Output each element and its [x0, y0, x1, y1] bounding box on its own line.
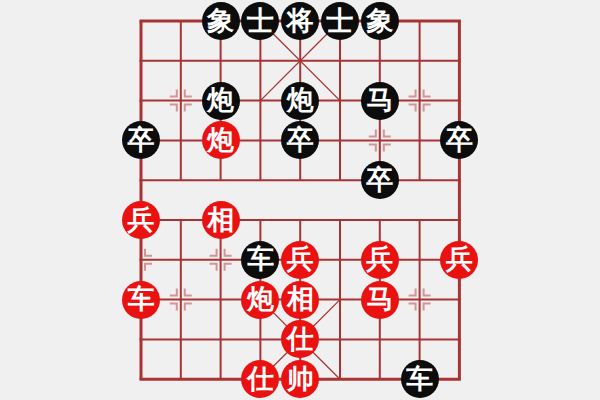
- piece-red-soldier[interactable]: 兵: [122, 201, 160, 239]
- piece-red-general[interactable]: 帅: [281, 360, 319, 398]
- piece-red-soldier[interactable]: 兵: [361, 241, 399, 279]
- piece-glyph: 兵: [366, 245, 393, 272]
- piece-glyph: 仕: [287, 325, 314, 352]
- xiangqi-board: 象士将士象炮炮马卒炮卒卒卒兵相车兵兵兵车炮相马仕仕帅车: [0, 0, 600, 400]
- piece-black-horse[interactable]: 马: [361, 82, 399, 120]
- point-marker: [170, 105, 177, 112]
- point-marker: [185, 289, 192, 296]
- piece-glyph: 卒: [366, 166, 393, 193]
- point-marker: [225, 249, 232, 256]
- piece-glyph: 兵: [128, 206, 155, 233]
- piece-black-cannon[interactable]: 炮: [281, 82, 319, 120]
- piece-glyph: 仕: [247, 365, 274, 392]
- point-marker: [384, 129, 391, 136]
- point-marker: [170, 90, 177, 97]
- piece-glyph: 士: [247, 7, 274, 34]
- piece-black-chariot[interactable]: 车: [241, 241, 279, 279]
- piece-red-cannon[interactable]: 炮: [202, 121, 240, 159]
- piece-glyph: 马: [366, 285, 393, 312]
- piece-glyph: 兵: [287, 245, 314, 272]
- piece-black-soldier[interactable]: 卒: [361, 161, 399, 199]
- piece-glyph: 卒: [128, 126, 155, 153]
- piece-glyph: 卒: [446, 126, 473, 153]
- piece-glyph: 相: [207, 206, 234, 233]
- piece-glyph: 将: [287, 7, 314, 34]
- piece-black-general[interactable]: 将: [281, 2, 319, 40]
- piece-black-soldier[interactable]: 卒: [281, 121, 319, 159]
- piece-glyph: 车: [128, 285, 155, 312]
- piece-red-soldier[interactable]: 兵: [440, 241, 478, 279]
- piece-black-soldier[interactable]: 卒: [122, 121, 160, 159]
- piece-glyph: 炮: [247, 285, 274, 312]
- point-marker: [210, 264, 217, 271]
- piece-glyph: 炮: [287, 86, 314, 113]
- piece-glyph: 帅: [287, 365, 314, 392]
- piece-glyph: 相: [287, 285, 314, 312]
- piece-black-chariot[interactable]: 车: [401, 360, 439, 398]
- point-marker: [424, 90, 431, 97]
- piece-red-chariot[interactable]: 车: [122, 281, 160, 319]
- piece-black-advisor[interactable]: 士: [321, 2, 359, 40]
- piece-glyph: 炮: [207, 126, 234, 153]
- point-marker: [409, 90, 416, 97]
- point-marker: [424, 105, 431, 112]
- point-marker: [409, 304, 416, 311]
- piece-red-elephant[interactable]: 相: [202, 201, 240, 239]
- piece-black-elephant[interactable]: 象: [361, 2, 399, 40]
- piece-glyph: 炮: [207, 86, 234, 113]
- piece-glyph: 卒: [287, 126, 314, 153]
- piece-red-elephant[interactable]: 相: [281, 281, 319, 319]
- xiangqi-screenshot: 象士将士象炮炮马卒炮卒卒卒兵相车兵兵兵车炮相马仕仕帅车: [0, 0, 600, 400]
- point-marker: [409, 289, 416, 296]
- point-marker: [210, 249, 217, 256]
- point-marker: [185, 304, 192, 311]
- point-marker: [185, 105, 192, 112]
- piece-red-horse[interactable]: 马: [361, 281, 399, 319]
- piece-red-cannon[interactable]: 炮: [241, 281, 279, 319]
- point-marker: [145, 264, 152, 271]
- point-marker: [225, 264, 232, 271]
- piece-glyph: 象: [207, 7, 234, 34]
- piece-black-soldier[interactable]: 卒: [440, 121, 478, 159]
- point-marker: [170, 304, 177, 311]
- point-marker: [369, 144, 376, 151]
- piece-glyph: 士: [327, 7, 354, 34]
- point-marker: [409, 105, 416, 112]
- point-marker: [369, 129, 376, 136]
- piece-black-cannon[interactable]: 炮: [202, 82, 240, 120]
- point-marker: [384, 144, 391, 151]
- piece-black-elephant[interactable]: 象: [202, 2, 240, 40]
- piece-red-advisor[interactable]: 仕: [241, 360, 279, 398]
- point-marker: [424, 304, 431, 311]
- piece-black-advisor[interactable]: 士: [241, 2, 279, 40]
- piece-glyph: 马: [366, 86, 393, 113]
- point-marker: [145, 249, 152, 256]
- piece-glyph: 车: [406, 365, 433, 392]
- piece-glyph: 象: [366, 7, 393, 34]
- piece-glyph: 车: [247, 245, 274, 272]
- piece-glyph: 兵: [446, 245, 473, 272]
- point-marker: [185, 90, 192, 97]
- point-marker: [424, 289, 431, 296]
- piece-red-advisor[interactable]: 仕: [281, 320, 319, 358]
- point-marker: [170, 289, 177, 296]
- piece-red-soldier[interactable]: 兵: [281, 241, 319, 279]
